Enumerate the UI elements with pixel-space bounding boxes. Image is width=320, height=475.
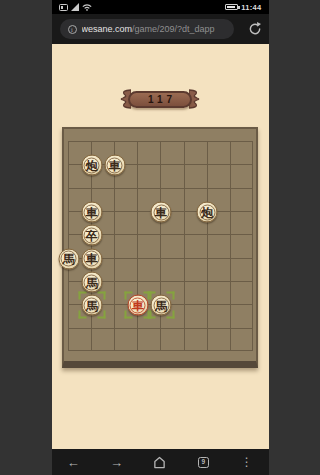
board-grid[interactable]: 炮車車車炮卒馬車馬馬車馬: [68, 141, 253, 351]
tabs-icon: 9: [198, 457, 209, 468]
game-page: 117 炮車車車炮卒馬車馬馬車馬: [52, 44, 269, 475]
address-field[interactable]: i wesane.com/game/209/?dt_dapp: [60, 19, 234, 39]
status-icons-right: 11:44: [225, 3, 261, 12]
battery-icon: [225, 4, 238, 10]
piece-glyph: 炮: [86, 159, 98, 171]
piece-black-cannon[interactable]: 炮: [197, 202, 218, 223]
tabs-button[interactable]: 9: [191, 453, 215, 471]
piece-black-horse[interactable]: 馬: [81, 295, 102, 316]
home-button[interactable]: [148, 453, 172, 471]
piece-red-chariot[interactable]: 車: [127, 295, 148, 316]
piece-glyph: 馬: [86, 276, 98, 288]
url-host: wesane.com: [82, 24, 133, 34]
piece-black-chariot[interactable]: 車: [81, 248, 102, 269]
piece-black-chariot[interactable]: 車: [151, 202, 172, 223]
back-button[interactable]: ←: [61, 453, 85, 471]
home-icon: [153, 456, 166, 469]
tab-count: 9: [202, 459, 206, 466]
level-number: 117: [144, 94, 176, 105]
status-bar: 11:44: [52, 0, 269, 14]
clock-time: 11:44: [241, 3, 261, 12]
piece-glyph: 炮: [201, 206, 213, 218]
level-badge: 117: [128, 91, 192, 108]
browser-url-bar: i wesane.com/game/209/?dt_dapp: [52, 14, 269, 44]
level-plaque: 117: [118, 89, 202, 109]
piece-glyph: 車: [155, 206, 167, 218]
piece-black-cannon[interactable]: 炮: [81, 155, 102, 176]
piece-black-horse[interactable]: 馬: [151, 295, 172, 316]
piece-black-chariot[interactable]: 車: [104, 155, 125, 176]
page-info-icon[interactable]: i: [68, 25, 77, 34]
signal-icon: [71, 3, 79, 11]
piece-black-horse[interactable]: 馬: [81, 272, 102, 293]
piece-glyph: 車: [132, 299, 144, 311]
piece-glyph: 馬: [86, 299, 98, 311]
piece-black-horse[interactable]: 馬: [58, 248, 79, 269]
phone-screen: 11:44 i wesane.com/game/209/?dt_dapp 117: [52, 0, 269, 475]
piece-glyph: 卒: [86, 229, 98, 241]
piece-glyph: 車: [86, 206, 98, 218]
piece-glyph: 車: [86, 253, 98, 265]
piece-glyph: 馬: [155, 299, 167, 311]
url-path: /game/209/?dt_dapp: [132, 24, 215, 34]
wifi-icon: [82, 3, 92, 11]
refresh-icon[interactable]: [247, 21, 263, 37]
piece-glyph: 車: [109, 159, 121, 171]
piece-black-chariot[interactable]: 車: [81, 202, 102, 223]
screenshot-icon: [59, 4, 68, 11]
page-url: wesane.com/game/209/?dt_dapp: [82, 24, 215, 34]
menu-button[interactable]: ⋮: [235, 453, 259, 471]
status-icons-left: [59, 3, 92, 11]
browser-nav-bar: ← → 9 ⋮: [52, 449, 269, 475]
xiangqi-board: 炮車車車炮卒馬車馬馬車馬: [62, 127, 258, 368]
piece-black-soldier[interactable]: 卒: [81, 225, 102, 246]
piece-glyph: 馬: [63, 253, 75, 265]
forward-button[interactable]: →: [105, 453, 129, 471]
